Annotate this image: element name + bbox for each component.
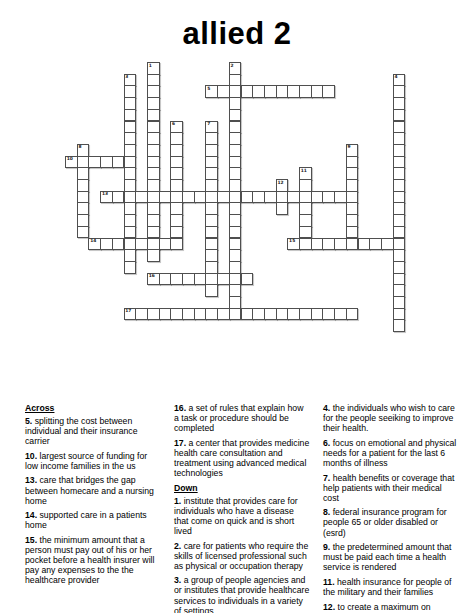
grid-cell-r2c22[interactable]	[322, 85, 335, 98]
clue-number: 2	[231, 64, 234, 68]
clue-text: supported care in a patients home	[25, 510, 147, 530]
clue-text: institute that provides care for individ…	[174, 496, 298, 536]
clue-text: focus on emotional and physical needs fo…	[323, 438, 456, 468]
clue-number-label: 8.	[323, 507, 333, 517]
grid-cell-r18c15[interactable]	[241, 273, 254, 286]
clue-across-13: 13. care that bridges the gap between ho…	[25, 475, 161, 505]
clue-down-1: 1. institute that provides care for indi…	[174, 496, 310, 536]
clue-text: care that bridges the gap between homeca…	[25, 475, 154, 505]
clue-text: the minimum amount that a person must pa…	[25, 535, 154, 585]
clue-column-left: Across5. splitting the cost between indi…	[25, 403, 161, 613]
grid-cell-r12c18[interactable]	[276, 202, 289, 215]
clue-across-14: 14. supported care in a patients home	[25, 510, 161, 530]
clue-number: 4	[394, 75, 397, 79]
clue-number: 14	[90, 239, 96, 243]
grid-cell-r19c12[interactable]	[205, 284, 218, 297]
clue-number: 10	[67, 157, 73, 161]
clue-number-label: 5.	[25, 416, 35, 426]
clue-across-15: 15. the minimum amount that a person mus…	[25, 535, 161, 585]
clue-down-7: 7. health benefits or coverage that help…	[323, 473, 459, 503]
clue-across-17: 17. a center that provides medicine heal…	[174, 438, 310, 478]
clue-number-label: 13.	[25, 475, 40, 485]
clue-number: 3	[125, 75, 128, 79]
clue-column-middle: 16. a set of rules that explain how a ta…	[174, 403, 310, 613]
clue-number-label: 16.	[174, 403, 189, 413]
clue-text: health insurance for people of the milit…	[323, 577, 451, 597]
clue-across-16: 16. a set of rules that explain how a ta…	[174, 403, 310, 433]
clue-number-label: 2.	[174, 541, 184, 551]
clue-down-2: 2. care for patients who require the ski…	[174, 541, 310, 571]
clue-number-label: 9.	[323, 542, 333, 552]
clue-number-label: 1.	[174, 496, 184, 506]
clue-number: 13	[102, 192, 108, 196]
clue-number-label: 7.	[323, 473, 333, 483]
clue-number: 17	[125, 309, 131, 313]
clue-number: 9	[348, 145, 351, 149]
clue-number: 6	[172, 122, 175, 126]
clue-down-11: 11. health insurance for people of the m…	[323, 577, 459, 597]
clue-text: splitting the cost between individual an…	[25, 416, 138, 446]
clue-down-6: 6. focus on emotional and physical needs…	[323, 438, 459, 468]
clue-down-3: 3. a group of people agencies and or ins…	[174, 575, 310, 613]
grid-cell-r21c24[interactable]	[346, 308, 359, 321]
grid-cell-r15c9[interactable]	[170, 238, 183, 251]
clue-number-label: 4.	[323, 403, 333, 413]
clue-text: a center that provides medicine health c…	[174, 438, 309, 478]
across-header: Across	[25, 403, 161, 413]
grid-cell-r22c28[interactable]	[393, 319, 406, 332]
clue-number-label: 15.	[25, 535, 40, 545]
clue-section: Across5. splitting the cost between indi…	[25, 403, 459, 613]
puzzle-title: allied 2	[0, 16, 474, 52]
crossword-grid[interactable]: 1234567891011121314151617	[65, 62, 406, 333]
clue-number-label: 14.	[25, 510, 40, 520]
clue-across-5: 5. splitting the cost between individual…	[25, 416, 161, 446]
clue-number: 8	[78, 145, 81, 149]
clue-text: a group of people agencies and or instit…	[174, 575, 309, 613]
clue-down-8: 8. federal insurance program for people …	[323, 507, 459, 537]
clue-text: health benefits or coverage that help pa…	[323, 473, 454, 503]
clue-text: to create a maximum on	[338, 602, 431, 612]
clue-number: 11	[301, 169, 307, 173]
clue-number: 5	[207, 87, 210, 91]
clue-down-4: 4. the individuals who wish to care for …	[323, 403, 459, 433]
clue-number-label: 6.	[323, 438, 333, 448]
clue-number: 15	[289, 239, 295, 243]
clue-number-label: 10.	[25, 451, 40, 461]
clue-text: care for patients who require the skills…	[174, 541, 308, 571]
clue-number-label: 12.	[323, 602, 338, 612]
clue-text: a set of rules that explain how a task o…	[174, 403, 303, 433]
clue-number-label: 11.	[323, 577, 337, 587]
clue-number-label: 3.	[174, 575, 184, 585]
grid-cell-r16c7[interactable]	[147, 249, 160, 262]
grid-cell-r17c5[interactable]	[124, 261, 137, 274]
clue-text: federal insurance program for people 65 …	[323, 507, 447, 537]
clue-across-10: 10. largest source of funding for low in…	[25, 451, 161, 471]
clue-number-label: 17.	[174, 438, 189, 448]
clue-number: 7	[207, 122, 210, 126]
down-header: Down	[174, 483, 310, 493]
clue-number: 12	[277, 181, 283, 185]
clue-down-12: 12. to create a maximum on	[323, 602, 459, 612]
clue-text: the individuals who wish to care for the…	[323, 403, 455, 433]
clue-column-right: 4. the individuals who wish to care for …	[323, 403, 459, 613]
clue-text: the predetermined amount that must be pa…	[323, 542, 451, 572]
clue-number: 1	[149, 64, 152, 68]
clue-number: 16	[149, 274, 155, 278]
clue-text: largest source of funding for low income…	[25, 451, 147, 471]
clue-down-9: 9. the predetermined amount that must be…	[323, 542, 459, 572]
